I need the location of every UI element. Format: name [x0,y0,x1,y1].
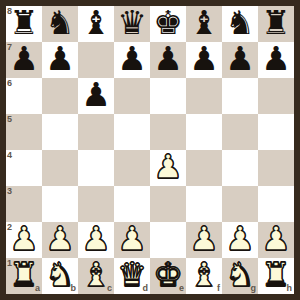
square-d4[interactable] [114,150,150,186]
piece-black-pawn-d7[interactable]: ♟ [117,41,147,77]
square-e2[interactable] [150,222,186,258]
square-h1[interactable]: h♜ [258,258,294,294]
square-e6[interactable] [150,78,186,114]
square-f6[interactable] [186,78,222,114]
piece-black-queen-d8[interactable]: ♛ [117,5,147,41]
square-c5[interactable] [78,114,114,150]
piece-white-pawn-d2[interactable]: ♟ [117,221,147,257]
rank-label-1: 1 [7,259,12,268]
square-g6[interactable] [222,78,258,114]
square-g1[interactable]: g♞ [222,258,258,294]
square-a4[interactable]: 4 [6,150,42,186]
square-g2[interactable]: ♟ [222,222,258,258]
square-d2[interactable]: ♟ [114,222,150,258]
piece-white-pawn-f2[interactable]: ♟ [189,221,219,257]
file-label-a: a [35,284,40,293]
square-f5[interactable] [186,114,222,150]
square-h5[interactable] [258,114,294,150]
piece-black-pawn-e7[interactable]: ♟ [153,41,183,77]
square-f8[interactable]: ♝ [186,6,222,42]
square-c1[interactable]: c♝ [78,258,114,294]
square-e4[interactable]: ♟ [150,150,186,186]
piece-white-pawn-h2[interactable]: ♟ [261,221,291,257]
square-d8[interactable]: ♛ [114,6,150,42]
piece-black-bishop-c8[interactable]: ♝ [81,5,111,41]
piece-white-pawn-g2[interactable]: ♟ [225,221,255,257]
square-h6[interactable] [258,78,294,114]
piece-black-rook-a8[interactable]: ♜ [9,5,39,41]
square-a5[interactable]: 5 [6,114,42,150]
square-f4[interactable] [186,150,222,186]
square-c3[interactable] [78,186,114,222]
square-e5[interactable] [150,114,186,150]
piece-black-knight-g8[interactable]: ♞ [225,5,255,41]
square-b6[interactable] [42,78,78,114]
square-d7[interactable]: ♟ [114,42,150,78]
piece-white-pawn-c2[interactable]: ♟ [81,221,111,257]
square-h8[interactable]: ♜ [258,6,294,42]
square-a6[interactable]: 6 [6,78,42,114]
square-b5[interactable] [42,114,78,150]
square-f3[interactable] [186,186,222,222]
square-h2[interactable]: ♟ [258,222,294,258]
square-b3[interactable] [42,186,78,222]
square-h7[interactable]: ♟ [258,42,294,78]
file-label-b: b [71,284,77,293]
piece-white-bishop-f1[interactable]: ♝ [189,257,219,293]
file-label-f: f [217,284,220,293]
piece-black-pawn-h7[interactable]: ♟ [261,41,291,77]
piece-white-pawn-e4[interactable]: ♟ [153,149,183,185]
piece-black-bishop-f8[interactable]: ♝ [189,5,219,41]
piece-black-pawn-b7[interactable]: ♟ [45,41,75,77]
square-c6[interactable]: ♟ [78,78,114,114]
square-d3[interactable] [114,186,150,222]
square-a7[interactable]: 7♟ [6,42,42,78]
piece-black-pawn-c6[interactable]: ♟ [81,77,111,113]
piece-black-king-e8[interactable]: ♚ [153,5,183,41]
square-f2[interactable]: ♟ [186,222,222,258]
square-e1[interactable]: e♚ [150,258,186,294]
square-b4[interactable] [42,150,78,186]
square-e7[interactable]: ♟ [150,42,186,78]
square-b7[interactable]: ♟ [42,42,78,78]
square-g5[interactable] [222,114,258,150]
rank-label-3: 3 [7,187,12,196]
square-a3[interactable]: 3 [6,186,42,222]
square-b2[interactable]: ♟ [42,222,78,258]
square-a2[interactable]: 2♟ [6,222,42,258]
square-f7[interactable]: ♟ [186,42,222,78]
piece-black-knight-b8[interactable]: ♞ [45,5,75,41]
square-h3[interactable] [258,186,294,222]
square-d5[interactable] [114,114,150,150]
square-c7[interactable] [78,42,114,78]
square-d1[interactable]: d♛ [114,258,150,294]
square-h4[interactable] [258,150,294,186]
file-label-c: c [107,284,112,293]
square-a1[interactable]: 1a♜ [6,258,42,294]
square-a8[interactable]: 8♜ [6,6,42,42]
file-label-e: e [179,284,184,293]
piece-black-pawn-f7[interactable]: ♟ [189,41,219,77]
square-g8[interactable]: ♞ [222,6,258,42]
file-label-h: h [287,284,293,293]
piece-black-pawn-g7[interactable]: ♟ [225,41,255,77]
square-g7[interactable]: ♟ [222,42,258,78]
square-e3[interactable] [150,186,186,222]
file-label-g: g [251,284,257,293]
square-b1[interactable]: b♞ [42,258,78,294]
piece-black-pawn-a7[interactable]: ♟ [9,41,39,77]
square-g4[interactable] [222,150,258,186]
square-f1[interactable]: f♝ [186,258,222,294]
chess-board: 8♜♞♝♛♚♝♞♜7♟♟♟♟♟♟♟6♟54♟32♟♟♟♟♟♟♟1a♜b♞c♝d♛… [6,6,294,294]
rank-label-4: 4 [7,151,12,160]
rank-label-7: 7 [7,43,12,52]
file-label-d: d [143,284,149,293]
square-b8[interactable]: ♞ [42,6,78,42]
rank-label-2: 2 [7,223,12,232]
square-c8[interactable]: ♝ [78,6,114,42]
square-d6[interactable] [114,78,150,114]
square-c2[interactable]: ♟ [78,222,114,258]
piece-white-pawn-b2[interactable]: ♟ [45,221,75,257]
piece-black-rook-h8[interactable]: ♜ [261,5,291,41]
rank-label-8: 8 [7,7,12,16]
square-c4[interactable] [78,150,114,186]
rank-label-5: 5 [7,115,12,124]
rank-label-6: 6 [7,79,12,88]
square-g3[interactable] [222,186,258,222]
square-e8[interactable]: ♚ [150,6,186,42]
piece-white-pawn-a2[interactable]: ♟ [9,221,39,257]
board-frame: 8♜♞♝♛♚♝♞♜7♟♟♟♟♟♟♟6♟54♟32♟♟♟♟♟♟♟1a♜b♞c♝d♛… [0,0,300,300]
